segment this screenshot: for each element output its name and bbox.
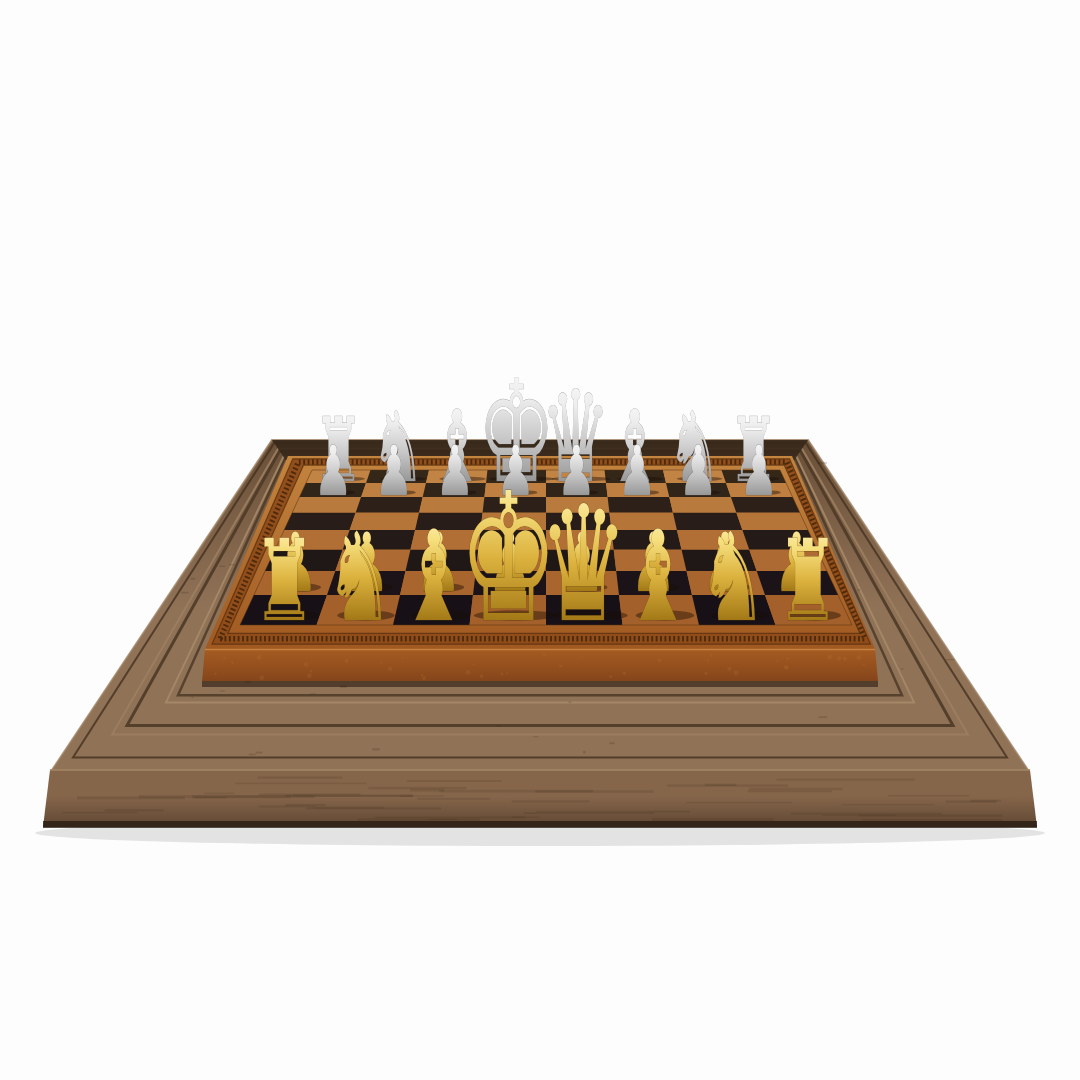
wood-grain-streak <box>791 813 942 815</box>
wood-grain-speck <box>310 693 316 694</box>
wood-grain-streak <box>535 790 654 793</box>
piece-white-pawn-b2: ♟ <box>679 430 718 512</box>
leather-texture-dot <box>344 659 348 663</box>
wood-grain-speck <box>497 725 501 726</box>
piece-black-bishop-c8: ♝ <box>623 503 693 649</box>
leather-texture-dot <box>307 673 312 678</box>
leather-texture-dot <box>703 660 705 662</box>
wood-grain-streak <box>687 802 793 803</box>
wood-grain-speck <box>191 697 193 698</box>
wood-grain-speck <box>569 701 572 703</box>
leather-texture-dot <box>863 663 865 665</box>
wood-grain-speck <box>901 668 903 670</box>
wood-grain-streak <box>204 793 234 795</box>
wood-grain-streak <box>822 815 895 816</box>
leather-texture-dot <box>609 675 612 678</box>
leather-texture-dot <box>623 671 626 674</box>
wood-grain-streak <box>314 807 384 809</box>
base-bottom-edge <box>43 821 1037 828</box>
wood-grain-speck <box>818 716 827 718</box>
wood-grain-streak <box>368 787 466 790</box>
wood-grain-streak <box>417 798 490 800</box>
wood-grain-speck <box>946 659 955 660</box>
wood-grain-speck <box>609 742 614 744</box>
leather-texture-dot <box>473 664 475 666</box>
leather-texture-dot <box>480 674 484 678</box>
wood-grain-streak <box>842 804 934 805</box>
wood-grain-streak <box>105 809 164 811</box>
wood-grain-streak <box>400 795 444 796</box>
leather-texture-dot <box>506 672 508 674</box>
wood-grain-streak <box>235 783 366 785</box>
leather-texture-dot <box>223 657 226 660</box>
wood-grain-speck <box>857 589 860 591</box>
leather-texture-dot <box>257 655 262 660</box>
wood-grain-streak <box>777 779 915 781</box>
wood-grain-streak <box>511 817 539 818</box>
scene-svg: ♜♞♝♚♛♝♞♜♟♟♟♟♟♟♟♟♟♟♟♟♟♟♟♟♜♞♝♚♛♝♞♜ <box>0 0 1080 1080</box>
wood-grain-speck <box>191 578 195 580</box>
leather-texture-dot <box>304 662 309 667</box>
wood-grain-streak <box>512 800 590 802</box>
leather-texture-dot <box>710 654 712 656</box>
leather-texture-dot <box>704 672 707 675</box>
wood-grain-speck <box>219 566 225 567</box>
wood-grain-streak <box>375 816 525 818</box>
leather-texture-dot <box>843 657 847 661</box>
wood-grain-streak <box>357 819 480 821</box>
leather-texture-dot <box>465 670 470 675</box>
chess-set-product-photo: ♜♞♝♚♛♝♞♜♟♟♟♟♟♟♟♟♟♟♟♟♟♟♟♟♜♞♝♚♛♝♞♜ <box>0 0 1080 1080</box>
wood-grain-streak <box>862 819 1002 821</box>
wood-grain-speck <box>256 752 263 754</box>
piece-black-rook-h8: ♜ <box>253 515 316 646</box>
leather-texture-dot <box>733 670 738 675</box>
wood-grain-streak <box>285 804 326 806</box>
piece-white-pawn-g2: ♟ <box>375 430 414 512</box>
wood-grain-streak <box>407 780 501 782</box>
wood-grain-speck <box>181 592 188 594</box>
leather-texture-dot <box>310 670 313 673</box>
base-front-face <box>43 770 1037 827</box>
leather-texture-dot <box>259 675 264 680</box>
leather-texture-dot <box>727 667 731 671</box>
wood-grain-streak <box>258 776 343 778</box>
piece-black-rook-a8: ♜ <box>776 515 839 646</box>
wood-grain-streak <box>888 795 969 797</box>
wood-grain-speck <box>229 564 235 565</box>
wood-grain-speck <box>220 690 225 691</box>
wood-grain-streak <box>524 812 654 814</box>
leather-texture-dot <box>784 665 789 670</box>
wood-grain-speck <box>818 462 826 464</box>
wood-grain-streak <box>946 800 997 802</box>
leather-texture-dot <box>837 656 842 661</box>
wood-grain-streak <box>652 818 774 821</box>
piece-white-pawn-a2: ♟ <box>740 430 779 512</box>
leather-texture-dot <box>402 657 404 659</box>
leather-texture-dot <box>422 676 426 680</box>
leather-slab-contact-shadow <box>202 681 878 687</box>
wood-grain-speck <box>249 754 256 756</box>
wood-grain-streak <box>749 788 843 790</box>
leather-texture-dot <box>827 654 832 659</box>
wood-grain-speck <box>533 736 538 737</box>
leather-texture-dot <box>857 655 862 660</box>
piece-black-knight-g8: ♞ <box>325 506 394 649</box>
leather-texture-dot <box>658 658 662 662</box>
leather-texture-dot <box>501 672 504 675</box>
piece-black-queen-d8: ♛ <box>539 471 629 657</box>
leather-texture-dot <box>380 661 382 663</box>
leather-texture-dot <box>776 660 778 662</box>
leather-texture-dot <box>231 661 234 664</box>
wood-grain-speck <box>583 751 586 753</box>
leather-texture-dot <box>214 672 216 674</box>
wood-grain-streak <box>667 784 788 786</box>
wood-grain-streak <box>63 812 138 813</box>
wood-grain-streak <box>536 811 689 813</box>
wood-grain-speck <box>372 748 380 750</box>
wood-grain-streak <box>747 790 832 792</box>
piece-white-pawn-h2: ♟ <box>314 430 353 512</box>
piece-black-knight-b8: ♞ <box>699 506 768 649</box>
wood-grain-streak <box>192 795 315 798</box>
leather-texture-dot <box>388 666 393 671</box>
leather-texture-dot <box>559 664 562 667</box>
leather-texture-dot <box>421 674 424 677</box>
leather-texture-dot <box>707 659 709 661</box>
leather-texture-dot <box>786 657 789 660</box>
